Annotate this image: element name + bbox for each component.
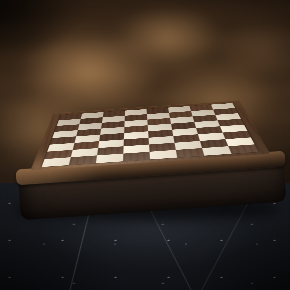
chess-board-photo [0, 0, 290, 290]
board-square [69, 155, 97, 165]
board-square [202, 146, 231, 155]
board-square [150, 150, 178, 160]
board-square [96, 154, 123, 164]
board-square [123, 152, 150, 162]
